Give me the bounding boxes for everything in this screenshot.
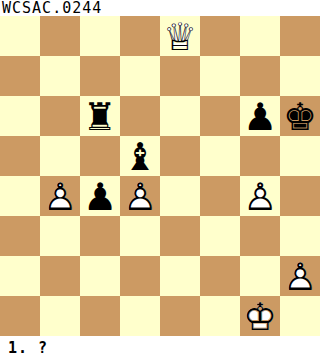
square-e5[interactable] [160,136,200,176]
square-b5[interactable] [40,136,80,176]
square-g8[interactable] [240,16,280,56]
square-e7[interactable] [160,56,200,96]
move-prompt: 1. ? [0,336,320,360]
square-h6[interactable]: ♚ [280,96,320,136]
square-g3[interactable] [240,216,280,256]
square-e4[interactable] [160,176,200,216]
square-f1[interactable] [200,296,240,336]
black-rook-icon: ♜ [80,96,120,136]
window-title: WCSAC.0244 [0,0,320,16]
square-d1[interactable] [120,296,160,336]
black-king-icon: ♚ [280,96,320,136]
square-g4[interactable]: ♟♙ [240,176,280,216]
square-f3[interactable] [200,216,240,256]
square-h8[interactable] [280,16,320,56]
square-a6[interactable] [0,96,40,136]
square-h2[interactable]: ♟♙ [280,256,320,296]
black-pawn-icon: ♟ [240,96,280,136]
square-a5[interactable] [0,136,40,176]
square-f5[interactable] [200,136,240,176]
white-pawn-icon: ♟ [280,256,320,296]
white-pawn-icon-outline: ♙ [240,176,280,216]
square-b1[interactable] [40,296,80,336]
square-h3[interactable] [280,216,320,256]
white-pawn-icon: ♟ [240,176,280,216]
square-b4[interactable]: ♟♙ [40,176,80,216]
square-c2[interactable] [80,256,120,296]
white-queen-icon-outline: ♕ [160,16,200,56]
chess-board: ♛♕♜♟♚♝♟♙♟♟♙♟♙♟♙♚♔ [0,16,320,336]
square-f6[interactable] [200,96,240,136]
white-king-icon-outline: ♔ [240,296,280,336]
square-c7[interactable] [80,56,120,96]
white-pawn-icon: ♟ [40,176,80,216]
square-f2[interactable] [200,256,240,296]
square-d8[interactable] [120,16,160,56]
square-f8[interactable] [200,16,240,56]
square-d5[interactable]: ♝ [120,136,160,176]
square-d4[interactable]: ♟♙ [120,176,160,216]
square-e8[interactable]: ♛♕ [160,16,200,56]
square-g7[interactable] [240,56,280,96]
square-b2[interactable] [40,256,80,296]
square-c8[interactable] [80,16,120,56]
square-a8[interactable] [0,16,40,56]
square-c4[interactable]: ♟ [80,176,120,216]
square-c1[interactable] [80,296,120,336]
square-e6[interactable] [160,96,200,136]
square-b8[interactable] [40,16,80,56]
square-c5[interactable] [80,136,120,176]
square-d2[interactable] [120,256,160,296]
white-pawn-icon-outline: ♙ [120,176,160,216]
square-e1[interactable] [160,296,200,336]
square-h1[interactable] [280,296,320,336]
square-a1[interactable] [0,296,40,336]
square-b3[interactable] [40,216,80,256]
square-g2[interactable] [240,256,280,296]
square-h7[interactable] [280,56,320,96]
square-f4[interactable] [200,176,240,216]
black-pawn-icon: ♟ [80,176,120,216]
square-a2[interactable] [0,256,40,296]
square-a3[interactable] [0,216,40,256]
white-pawn-icon-outline: ♙ [40,176,80,216]
black-bishop-icon: ♝ [120,136,160,176]
square-e3[interactable] [160,216,200,256]
square-d3[interactable] [120,216,160,256]
square-h5[interactable] [280,136,320,176]
square-f7[interactable] [200,56,240,96]
square-g6[interactable]: ♟ [240,96,280,136]
square-d7[interactable] [120,56,160,96]
white-pawn-icon: ♟ [120,176,160,216]
square-d6[interactable] [120,96,160,136]
square-g5[interactable] [240,136,280,176]
square-a4[interactable] [0,176,40,216]
white-pawn-icon-outline: ♙ [280,256,320,296]
white-king-icon: ♚ [240,296,280,336]
square-b6[interactable] [40,96,80,136]
square-e2[interactable] [160,256,200,296]
square-c6[interactable]: ♜ [80,96,120,136]
square-h4[interactable] [280,176,320,216]
square-b7[interactable] [40,56,80,96]
square-c3[interactable] [80,216,120,256]
square-g1[interactable]: ♚♔ [240,296,280,336]
white-queen-icon: ♛ [160,16,200,56]
square-a7[interactable] [0,56,40,96]
